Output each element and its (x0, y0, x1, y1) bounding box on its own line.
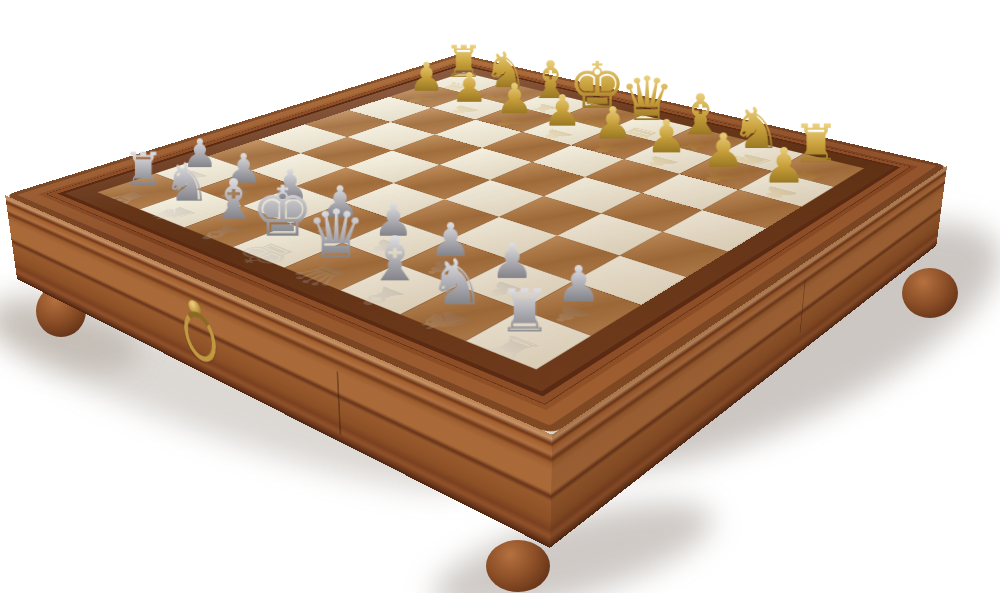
piece-reflection: ♝ (503, 99, 578, 122)
piece-gold-knight: ♞ (477, 45, 533, 95)
piece-gold-pawn: ♟ (532, 89, 593, 132)
piece-reflection: ♟ (427, 101, 496, 121)
square-d6 (482, 132, 571, 162)
square-d7: ♟♟ (522, 117, 608, 145)
square-a7: ♟♟ (389, 84, 469, 108)
square-b5 (347, 122, 435, 151)
piece-gold-pawn: ♟ (440, 67, 498, 108)
piece-silver-rook: ♜ (480, 281, 570, 340)
square-a6 (348, 97, 431, 122)
case-right-seam (799, 280, 805, 335)
piece-gold-king: ♚ (567, 53, 627, 118)
piece-reflection: ♟ (471, 112, 542, 134)
piece-gold-pawn: ♟ (485, 77, 545, 119)
square-e8: ♛♛ (608, 115, 693, 143)
piece-reflection: ♜ (420, 78, 488, 97)
square-c6 (435, 120, 522, 148)
scene: ♜♜♞♞♝♝♚♚♛♛♝♝♞♞♜♜♟♟♟♟♟♟♟♟♟♟♟♟♟♟♟♟♟♟♟♟♟♟♟♟… (0, 0, 1000, 593)
square-c7: ♟♟ (475, 106, 559, 132)
square-b8: ♞♞ (469, 82, 548, 105)
square-c4 (346, 151, 440, 183)
ring-pull-hoop (182, 305, 218, 368)
chess-case: ♜♜♞♞♝♝♚♚♛♛♝♝♞♞♜♜♟♟♟♟♟♟♟♟♟♟♟♟♟♟♟♟♟♟♟♟♟♟♟♟… (5, 54, 947, 435)
piece-reflection: ♚ (543, 110, 627, 137)
square-e6 (532, 145, 624, 177)
piece-reflection: ♝ (650, 134, 732, 161)
ring-pull-knob (188, 298, 202, 318)
piece-gold-bishop: ♝ (521, 54, 579, 106)
square-d8: ♚♚ (559, 104, 642, 130)
square-a8: ♜♜ (428, 72, 505, 94)
square-c8: ♝♝ (513, 93, 594, 118)
piece-gold-pawn: ♟ (398, 57, 455, 97)
square-e7: ♟♟ (571, 130, 659, 160)
piece-gold-pawn: ♟ (690, 126, 757, 173)
piece-reflection: ♟ (619, 150, 697, 176)
square-d5 (439, 148, 532, 180)
piece-reflection: ♛ (595, 122, 678, 149)
square-f7: ♟♟ (624, 143, 715, 174)
piece-gold-bishop: ♝ (669, 86, 732, 142)
piece-reflection: ♟ (518, 124, 591, 147)
square-a5 (305, 110, 391, 137)
piece-gold-rook: ♜ (436, 40, 491, 84)
drawer-ring-pull (178, 294, 215, 374)
chess-set-photo: ♜♜♞♞♝♝♚♚♛♛♝♝♞♞♜♜♟♟♟♟♟♟♟♟♟♟♟♟♟♟♟♟♟♟♟♟♟♟♟♟… (0, 0, 1000, 593)
square-b6 (391, 108, 476, 135)
square-g4 (557, 213, 662, 255)
square-c5 (392, 135, 482, 165)
piece-reflection: ♟ (567, 137, 643, 161)
drawer-seam (336, 371, 341, 435)
square-b7: ♟♟ (431, 95, 513, 120)
piece-reflection: ♞ (459, 88, 532, 109)
piece-gold-queen: ♛ (617, 69, 678, 130)
piece-gold-pawn: ♟ (581, 100, 644, 145)
square-f8: ♝♝ (660, 127, 747, 156)
piece-gold-pawn: ♟ (634, 113, 699, 159)
piece-gold-pawn: ♟ (749, 141, 818, 190)
piece-reflection: ♟ (385, 90, 452, 109)
